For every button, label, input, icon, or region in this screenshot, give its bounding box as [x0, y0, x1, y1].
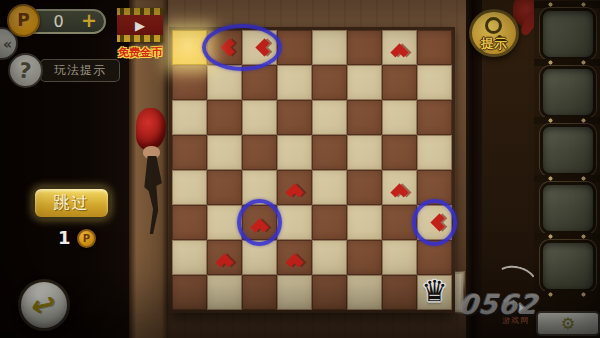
board-cell[interactable] [347, 240, 382, 275]
board-cell[interactable] [312, 30, 347, 65]
board-cell[interactable] [382, 65, 417, 100]
board-cell[interactable] [417, 100, 452, 135]
hinge [534, 117, 600, 124]
arrow-left-icon [430, 213, 448, 231]
board-cell[interactable] [172, 275, 207, 310]
board-cell[interactable] [207, 170, 242, 205]
free-coins-label: 免费金币 [114, 45, 166, 60]
board-cell[interactable] [347, 135, 382, 170]
board-cell[interactable] [347, 65, 382, 100]
inventory-slot[interactable] [540, 240, 596, 292]
board-cell[interactable] [207, 65, 242, 100]
board-cell[interactable] [417, 65, 452, 100]
board-cell[interactable] [207, 275, 242, 310]
board-cell[interactable] [347, 100, 382, 135]
board-cell[interactable] [242, 135, 277, 170]
board-cell[interactable] [172, 65, 207, 100]
board-cell[interactable] [242, 275, 277, 310]
add-coins-button[interactable]: + [81, 11, 104, 32]
board-cell[interactable] [312, 100, 347, 135]
board-cell[interactable] [347, 275, 382, 310]
arrow-left-icon [255, 38, 273, 56]
board-cell[interactable] [277, 30, 312, 65]
back-button[interactable]: ↩ [18, 279, 70, 331]
inventory-slot[interactable] [540, 182, 596, 234]
board-cell[interactable] [207, 30, 242, 65]
inventory-slot[interactable] [540, 8, 596, 60]
inventory-slot[interactable] [540, 124, 596, 176]
board-cell[interactable] [417, 135, 452, 170]
play-icon: ▶ [135, 19, 145, 32]
free-coins-button[interactable]: ▶ 免费金币 [114, 8, 166, 60]
black-queen: ♛ [422, 277, 448, 306]
gear-icon: ⚙ [561, 316, 575, 332]
board-cell[interactable] [207, 205, 242, 240]
chessboard: ♛ [169, 27, 455, 313]
magnifier-icon [485, 17, 502, 34]
skip-cost: 1 [58, 227, 71, 248]
board-cell[interactable] [382, 275, 417, 310]
arrow-up-icon [285, 183, 303, 201]
arrow-up-icon [285, 253, 303, 271]
board-cell[interactable] [277, 135, 312, 170]
coin-icon: P [7, 4, 40, 37]
arrow-left-icon [220, 38, 238, 56]
board-cell[interactable] [277, 100, 312, 135]
return-arrow-icon: ↩ [29, 288, 60, 323]
board-cell[interactable] [277, 205, 312, 240]
board-cell[interactable] [382, 135, 417, 170]
board-cell[interactable]: ♛ [417, 275, 452, 310]
board-cell[interactable] [417, 205, 452, 240]
board-cell[interactable] [382, 205, 417, 240]
help-label: 玩法提示 [40, 59, 120, 82]
highlight-square[interactable] [172, 30, 207, 65]
board-cell[interactable] [417, 30, 452, 65]
board-cell[interactable] [417, 240, 452, 275]
hint-button[interactable]: 提示 [469, 9, 519, 57]
skip-label: 跳过 [54, 193, 90, 214]
hinge [534, 1, 600, 8]
board-cell[interactable] [312, 205, 347, 240]
inventory-panel [534, 0, 600, 338]
board-cell[interactable] [172, 170, 207, 205]
inventory-slot[interactable] [540, 66, 596, 118]
arrow-up-icon [390, 43, 408, 61]
board-cell[interactable] [242, 240, 277, 275]
board-cell[interactable] [382, 100, 417, 135]
skip-button[interactable]: 跳过 [32, 186, 111, 220]
board-cell[interactable] [242, 65, 277, 100]
help-button[interactable]: ? [8, 53, 43, 88]
board-cell[interactable] [172, 100, 207, 135]
board-cell[interactable] [277, 275, 312, 310]
board-cell[interactable] [207, 135, 242, 170]
board-cell[interactable] [312, 135, 347, 170]
hinge [534, 291, 600, 298]
board-cell[interactable] [172, 240, 207, 275]
board-cell[interactable] [172, 135, 207, 170]
board-cell[interactable] [312, 240, 347, 275]
hinge [534, 175, 600, 182]
board-cell[interactable] [382, 170, 417, 205]
arrow-up-icon [215, 253, 233, 271]
board-cell[interactable] [242, 30, 277, 65]
hint-label: 提示 [472, 35, 516, 53]
board-cell[interactable] [242, 170, 277, 205]
question-icon: ? [18, 58, 33, 83]
board-cell[interactable] [207, 100, 242, 135]
film-reel-icon: ▶ [117, 8, 163, 42]
coin-icon-small: P [77, 229, 96, 248]
board-cell[interactable] [382, 30, 417, 65]
stage: ♛ « 0 + P 玩法提示 ? ▶ 免费金币 跳过 1 P ↩ 提示 ⚙ 05… [0, 0, 600, 338]
board-cell[interactable] [347, 30, 382, 65]
board-cell[interactable] [277, 170, 312, 205]
chevron-left-icon: « [3, 36, 12, 52]
hinge [534, 59, 600, 66]
arrow-up-icon [250, 218, 268, 236]
arrow-up-icon [390, 183, 408, 201]
board-cell[interactable] [312, 65, 347, 100]
board-cell[interactable] [312, 275, 347, 310]
hinge [534, 233, 600, 240]
board-cell[interactable] [347, 170, 382, 205]
board-cell[interactable] [242, 100, 277, 135]
board-cell[interactable] [277, 240, 312, 275]
settings-button[interactable]: ⚙ [536, 311, 600, 336]
board-cell[interactable] [242, 205, 277, 240]
board-cell[interactable] [207, 240, 242, 275]
board-cell[interactable] [312, 170, 347, 205]
board-cell[interactable] [347, 205, 382, 240]
board-cell[interactable] [172, 205, 207, 240]
board-cell[interactable] [382, 240, 417, 275]
watermark-sub: 游戏网 [502, 315, 529, 326]
board-cell[interactable] [417, 170, 452, 205]
board-cell[interactable] [277, 65, 312, 100]
